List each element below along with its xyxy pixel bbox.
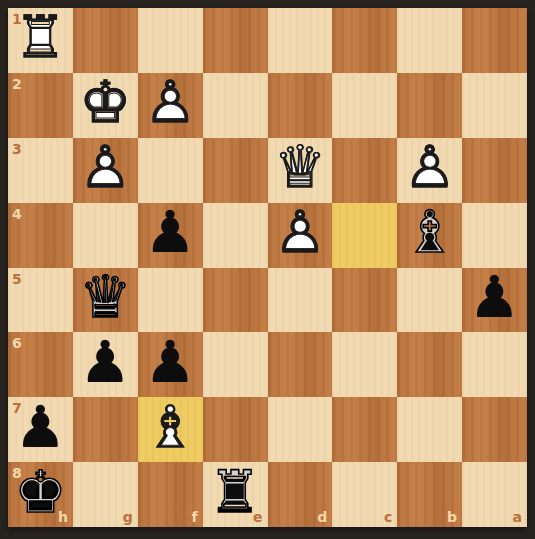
white-queen-glyph: ♕ — [268, 138, 333, 200]
square-f7[interactable]: ♝♗ — [138, 397, 203, 462]
square-c7[interactable] — [332, 397, 397, 462]
square-g8[interactable]: g — [73, 462, 138, 527]
coord-rank-3: 3 — [12, 142, 22, 156]
square-g4[interactable] — [73, 203, 138, 268]
black-pawn-glyph: ♟ — [73, 332, 138, 394]
black-pawn-glyph: ♟ — [462, 268, 527, 330]
square-a8[interactable]: a — [462, 462, 527, 527]
piece-white-pawn[interactable]: ♟♙ — [268, 203, 333, 268]
piece-black-pawn[interactable]: ♟ — [138, 332, 203, 397]
square-g2[interactable]: ♚♔ — [73, 73, 138, 138]
square-d7[interactable] — [268, 397, 333, 462]
white-pawn-glyph: ♙ — [397, 138, 462, 200]
square-a3[interactable] — [462, 138, 527, 203]
black-bishop-glyph: ♝ — [397, 203, 462, 265]
piece-white-pawn[interactable]: ♟♙ — [138, 73, 203, 138]
square-e6[interactable] — [203, 332, 268, 397]
piece-black-king[interactable]: ♚♔♚ — [8, 462, 73, 527]
square-c8[interactable]: c — [332, 462, 397, 527]
square-c1[interactable] — [332, 8, 397, 73]
white-pawn-glyph: ♙ — [73, 138, 138, 200]
square-d5[interactable] — [268, 268, 333, 333]
piece-black-bishop[interactable]: ♝♗♝ — [397, 203, 462, 268]
square-e1[interactable] — [203, 8, 268, 73]
piece-white-bishop[interactable]: ♝♗ — [138, 397, 203, 462]
square-f6[interactable]: ♟ — [138, 332, 203, 397]
white-pawn-glyph: ♙ — [268, 203, 333, 265]
square-c3[interactable] — [332, 138, 397, 203]
coord-file-a: a — [513, 510, 522, 524]
square-d2[interactable] — [268, 73, 333, 138]
square-b1[interactable] — [397, 8, 462, 73]
square-b3[interactable]: ♟♙ — [397, 138, 462, 203]
square-b2[interactable] — [397, 73, 462, 138]
white-bishop-glyph: ♗ — [138, 397, 203, 459]
square-a4[interactable] — [462, 203, 527, 268]
square-g7[interactable] — [73, 397, 138, 462]
square-c5[interactable] — [332, 268, 397, 333]
piece-white-pawn[interactable]: ♟♙ — [73, 138, 138, 203]
black-pawn-glyph: ♟ — [138, 332, 203, 394]
piece-black-pawn[interactable]: ♟ — [73, 332, 138, 397]
black-pawn-glyph: ♟ — [8, 397, 73, 459]
square-f8[interactable]: f — [138, 462, 203, 527]
coord-rank-6: 6 — [12, 336, 22, 350]
square-h2[interactable]: 2 — [8, 73, 73, 138]
square-e4[interactable] — [203, 203, 268, 268]
square-c6[interactable] — [332, 332, 397, 397]
square-a6[interactable] — [462, 332, 527, 397]
square-d8[interactable]: d — [268, 462, 333, 527]
square-h6[interactable]: 6 — [8, 332, 73, 397]
piece-black-queen[interactable]: ♛♕♛ — [73, 268, 138, 333]
square-d4[interactable]: ♟♙ — [268, 203, 333, 268]
piece-white-king[interactable]: ♚♔ — [73, 73, 138, 138]
square-h4[interactable]: 4 — [8, 203, 73, 268]
square-a7[interactable] — [462, 397, 527, 462]
square-a1[interactable] — [462, 8, 527, 73]
square-c4[interactable] — [332, 203, 397, 268]
chess-board: 1♜♖2♚♔♟♙3♟♙♛♕♟♙4♟♟♙♝♗♝5♛♕♛♟6♟♟7♟♝♗8h♚♔♚g… — [8, 8, 527, 527]
piece-white-queen[interactable]: ♛♕ — [268, 138, 333, 203]
square-e3[interactable] — [203, 138, 268, 203]
piece-white-rook[interactable]: ♜♖ — [8, 8, 73, 73]
square-b5[interactable] — [397, 268, 462, 333]
board-frame: 1♜♖2♚♔♟♙3♟♙♛♕♟♙4♟♟♙♝♗♝5♛♕♛♟6♟♟7♟♝♗8h♚♔♚g… — [8, 8, 527, 527]
square-h1[interactable]: 1♜♖ — [8, 8, 73, 73]
square-e8[interactable]: e♜♖♜ — [203, 462, 268, 527]
square-b6[interactable] — [397, 332, 462, 397]
square-e2[interactable] — [203, 73, 268, 138]
coord-rank-5: 5 — [12, 272, 22, 286]
square-b8[interactable]: b — [397, 462, 462, 527]
coord-file-f: f — [192, 510, 198, 524]
white-king-glyph: ♔ — [73, 73, 138, 135]
coord-file-c: c — [384, 510, 392, 524]
coord-file-g: g — [123, 510, 133, 524]
square-h8[interactable]: 8h♚♔♚ — [8, 462, 73, 527]
square-f2[interactable]: ♟♙ — [138, 73, 203, 138]
square-f1[interactable] — [138, 8, 203, 73]
coord-file-b: b — [447, 510, 457, 524]
coord-rank-4: 4 — [12, 207, 22, 221]
coord-file-d: d — [317, 510, 327, 524]
black-pawn-glyph: ♟ — [138, 203, 203, 265]
square-f5[interactable] — [138, 268, 203, 333]
square-g5[interactable]: ♛♕♛ — [73, 268, 138, 333]
square-g6[interactable]: ♟ — [73, 332, 138, 397]
square-h5[interactable]: 5 — [8, 268, 73, 333]
square-e7[interactable] — [203, 397, 268, 462]
piece-black-rook[interactable]: ♜♖♜ — [203, 462, 268, 527]
square-d1[interactable] — [268, 8, 333, 73]
square-f4[interactable]: ♟ — [138, 203, 203, 268]
piece-black-pawn[interactable]: ♟ — [8, 397, 73, 462]
black-queen-glyph: ♛ — [73, 268, 138, 330]
square-g3[interactable]: ♟♙ — [73, 138, 138, 203]
square-d3[interactable]: ♛♕ — [268, 138, 333, 203]
square-h7[interactable]: 7♟ — [8, 397, 73, 462]
square-c2[interactable] — [332, 73, 397, 138]
coord-rank-2: 2 — [12, 77, 22, 91]
square-a2[interactable] — [462, 73, 527, 138]
square-b7[interactable] — [397, 397, 462, 462]
black-king-glyph: ♚ — [8, 462, 73, 524]
square-f3[interactable] — [138, 138, 203, 203]
square-g1[interactable] — [73, 8, 138, 73]
white-pawn-glyph: ♙ — [138, 73, 203, 135]
square-a5[interactable]: ♟ — [462, 268, 527, 333]
white-rook-glyph: ♖ — [8, 8, 73, 70]
square-d6[interactable] — [268, 332, 333, 397]
piece-black-pawn[interactable]: ♟ — [138, 203, 203, 268]
piece-white-pawn[interactable]: ♟♙ — [397, 138, 462, 203]
square-h3[interactable]: 3 — [8, 138, 73, 203]
square-b4[interactable]: ♝♗♝ — [397, 203, 462, 268]
square-e5[interactable] — [203, 268, 268, 333]
black-rook-glyph: ♜ — [203, 462, 268, 524]
piece-black-pawn[interactable]: ♟ — [462, 268, 527, 333]
